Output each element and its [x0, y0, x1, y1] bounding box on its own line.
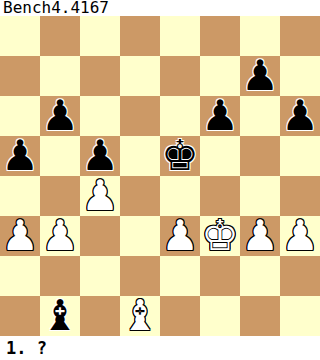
square-h6[interactable]: ♟: [280, 96, 320, 136]
square-d1[interactable]: ♝: [120, 296, 160, 336]
black-pawn[interactable]: ♟: [281, 96, 319, 136]
square-h4[interactable]: [280, 176, 320, 216]
square-f8[interactable]: [200, 16, 240, 56]
white-pawn[interactable]: ♟: [41, 216, 79, 256]
square-g1[interactable]: [240, 296, 280, 336]
square-a3[interactable]: ♟: [0, 216, 40, 256]
square-h1[interactable]: [280, 296, 320, 336]
square-a6[interactable]: [0, 96, 40, 136]
white-pawn[interactable]: ♟: [81, 176, 119, 216]
square-c6[interactable]: [80, 96, 120, 136]
square-g8[interactable]: [240, 16, 280, 56]
square-g6[interactable]: [240, 96, 280, 136]
square-f6[interactable]: ♟: [200, 96, 240, 136]
square-d6[interactable]: [120, 96, 160, 136]
black-pawn[interactable]: ♟: [201, 96, 239, 136]
square-e2[interactable]: [160, 256, 200, 296]
square-e3[interactable]: ♟: [160, 216, 200, 256]
square-c4[interactable]: ♟: [80, 176, 120, 216]
square-a1[interactable]: [0, 296, 40, 336]
black-pawn[interactable]: ♟: [241, 56, 279, 96]
square-d8[interactable]: [120, 16, 160, 56]
square-g5[interactable]: [240, 136, 280, 176]
page-title: Bench4.4167: [0, 0, 320, 16]
square-b6[interactable]: ♟: [40, 96, 80, 136]
square-b8[interactable]: [40, 16, 80, 56]
square-a2[interactable]: [0, 256, 40, 296]
square-h8[interactable]: [280, 16, 320, 56]
chess-board: ♟♟♟♟♟♟♚♟♟♟♟♚♟♟♝♝: [0, 16, 320, 336]
black-king[interactable]: ♚: [161, 136, 199, 176]
square-a5[interactable]: ♟: [0, 136, 40, 176]
square-a4[interactable]: [0, 176, 40, 216]
square-d4[interactable]: [120, 176, 160, 216]
square-b1[interactable]: ♝: [40, 296, 80, 336]
square-e4[interactable]: [160, 176, 200, 216]
square-c8[interactable]: [80, 16, 120, 56]
square-g2[interactable]: [240, 256, 280, 296]
white-bishop[interactable]: ♝: [121, 296, 159, 336]
square-g7[interactable]: ♟: [240, 56, 280, 96]
square-d3[interactable]: [120, 216, 160, 256]
square-d2[interactable]: [120, 256, 160, 296]
black-bishop[interactable]: ♝: [41, 296, 79, 336]
square-b7[interactable]: [40, 56, 80, 96]
square-f2[interactable]: [200, 256, 240, 296]
square-b5[interactable]: [40, 136, 80, 176]
black-pawn[interactable]: ♟: [1, 136, 39, 176]
white-pawn[interactable]: ♟: [281, 216, 319, 256]
square-g3[interactable]: ♟: [240, 216, 280, 256]
black-pawn[interactable]: ♟: [81, 136, 119, 176]
square-c1[interactable]: [80, 296, 120, 336]
white-pawn[interactable]: ♟: [161, 216, 199, 256]
square-h2[interactable]: [280, 256, 320, 296]
square-f3[interactable]: ♚: [200, 216, 240, 256]
square-c5[interactable]: ♟: [80, 136, 120, 176]
square-h7[interactable]: [280, 56, 320, 96]
square-d7[interactable]: [120, 56, 160, 96]
move-prompt: 1. ?: [0, 336, 320, 360]
square-f5[interactable]: [200, 136, 240, 176]
square-c3[interactable]: [80, 216, 120, 256]
square-f1[interactable]: [200, 296, 240, 336]
square-f7[interactable]: [200, 56, 240, 96]
square-f4[interactable]: [200, 176, 240, 216]
square-a8[interactable]: [0, 16, 40, 56]
white-pawn[interactable]: ♟: [241, 216, 279, 256]
square-h5[interactable]: [280, 136, 320, 176]
square-b2[interactable]: [40, 256, 80, 296]
black-pawn[interactable]: ♟: [41, 96, 79, 136]
square-e1[interactable]: [160, 296, 200, 336]
square-e6[interactable]: [160, 96, 200, 136]
square-b4[interactable]: [40, 176, 80, 216]
white-pawn[interactable]: ♟: [1, 216, 39, 256]
square-e8[interactable]: [160, 16, 200, 56]
square-a7[interactable]: [0, 56, 40, 96]
square-g4[interactable]: [240, 176, 280, 216]
square-e7[interactable]: [160, 56, 200, 96]
square-e5[interactable]: ♚: [160, 136, 200, 176]
square-c7[interactable]: [80, 56, 120, 96]
chess-diagram: Bench4.4167 ♟♟♟♟♟♟♚♟♟♟♟♚♟♟♝♝ 1. ?: [0, 0, 320, 360]
square-c2[interactable]: [80, 256, 120, 296]
square-b3[interactable]: ♟: [40, 216, 80, 256]
white-king[interactable]: ♚: [201, 216, 239, 256]
square-h3[interactable]: ♟: [280, 216, 320, 256]
square-d5[interactable]: [120, 136, 160, 176]
